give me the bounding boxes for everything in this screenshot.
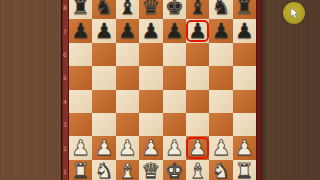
square-f4[interactable]: [186, 90, 209, 113]
square-h2[interactable]: ♟: [233, 136, 256, 159]
piece-white-knight[interactable]: ♞: [209, 160, 232, 180]
square-f2[interactable]: ♟: [186, 136, 209, 159]
piece-black-knight[interactable]: ♞: [209, 0, 232, 19]
rank-label-4: 4: [62, 98, 68, 105]
highlight-f2: [186, 137, 208, 159]
square-e3[interactable]: [163, 113, 186, 136]
piece-white-pawn[interactable]: ♟: [116, 136, 139, 159]
square-a2[interactable]: ♟: [69, 136, 92, 159]
square-e8[interactable]: ♚: [163, 0, 186, 19]
square-f7[interactable]: ♟: [186, 19, 209, 42]
piece-white-pawn[interactable]: ♟: [209, 136, 232, 159]
piece-black-king[interactable]: ♚: [163, 0, 186, 19]
square-a8[interactable]: ♜: [69, 0, 92, 19]
piece-white-king[interactable]: ♚: [163, 160, 186, 180]
square-a4[interactable]: [69, 90, 92, 113]
piece-white-pawn[interactable]: ♟: [233, 136, 256, 159]
square-g6[interactable]: [209, 43, 232, 66]
piece-white-knight[interactable]: ♞: [92, 160, 115, 180]
square-g8[interactable]: ♞: [209, 0, 232, 19]
piece-black-rook[interactable]: ♜: [233, 0, 256, 19]
piece-white-pawn[interactable]: ♟: [163, 136, 186, 159]
square-e2[interactable]: ♟: [163, 136, 186, 159]
square-e1[interactable]: ♚: [163, 160, 186, 180]
square-d6[interactable]: [139, 43, 162, 66]
piece-black-bishop[interactable]: ♝: [116, 0, 139, 19]
square-b5[interactable]: [92, 66, 115, 89]
square-e7[interactable]: ♟: [163, 19, 186, 42]
square-a3[interactable]: [69, 113, 92, 136]
square-a5[interactable]: [69, 66, 92, 89]
square-d5[interactable]: [139, 66, 162, 89]
square-b1[interactable]: ♞: [92, 160, 115, 180]
rank-label-1: 1: [62, 168, 68, 175]
square-c8[interactable]: ♝: [116, 0, 139, 19]
square-c2[interactable]: ♟: [116, 136, 139, 159]
piece-black-knight[interactable]: ♞: [92, 0, 115, 19]
chess-board: ♜♞♝♛♚♝♞♜♟♟♟♟♟♟♟♟♟♟♟♟♟♟♟♟♜♞♝♛♚♝♞♜: [69, 0, 256, 180]
square-c5[interactable]: [116, 66, 139, 89]
square-d2[interactable]: ♟: [139, 136, 162, 159]
square-b7[interactable]: ♟: [92, 19, 115, 42]
square-c3[interactable]: [116, 113, 139, 136]
rank-label-2: 2: [62, 145, 68, 152]
square-h8[interactable]: ♜: [233, 0, 256, 19]
square-e5[interactable]: [163, 66, 186, 89]
piece-white-pawn[interactable]: ♟: [92, 136, 115, 159]
rank-label-5: 5: [62, 74, 68, 81]
piece-white-bishop[interactable]: ♝: [186, 160, 209, 180]
rank-label-6: 6: [62, 51, 68, 58]
square-f8[interactable]: ♝: [186, 0, 209, 19]
square-a6[interactable]: [69, 43, 92, 66]
square-f6[interactable]: [186, 43, 209, 66]
piece-black-rook[interactable]: ♜: [69, 0, 92, 19]
square-f5[interactable]: [186, 66, 209, 89]
square-d3[interactable]: [139, 113, 162, 136]
square-c7[interactable]: ♟: [116, 19, 139, 42]
piece-black-pawn[interactable]: ♟: [69, 19, 92, 42]
square-g2[interactable]: ♟: [209, 136, 232, 159]
piece-white-rook[interactable]: ♜: [69, 160, 92, 180]
piece-white-queen[interactable]: ♛: [139, 160, 162, 180]
square-c6[interactable]: [116, 43, 139, 66]
piece-black-pawn[interactable]: ♟: [186, 19, 209, 42]
piece-black-pawn[interactable]: ♟: [116, 19, 139, 42]
square-h7[interactable]: ♟: [233, 19, 256, 42]
mouse-click-indicator: [283, 2, 305, 24]
square-h1[interactable]: ♜: [233, 160, 256, 180]
square-g1[interactable]: ♞: [209, 160, 232, 180]
square-b2[interactable]: ♟: [92, 136, 115, 159]
piece-black-pawn[interactable]: ♟: [233, 19, 256, 42]
piece-black-pawn[interactable]: ♟: [92, 19, 115, 42]
square-d1[interactable]: ♛: [139, 160, 162, 180]
square-g7[interactable]: ♟: [209, 19, 232, 42]
square-a7[interactable]: ♟: [69, 19, 92, 42]
square-c1[interactable]: ♝: [116, 160, 139, 180]
square-b4[interactable]: [92, 90, 115, 113]
square-c4[interactable]: [116, 90, 139, 113]
square-b6[interactable]: [92, 43, 115, 66]
square-e4[interactable]: [163, 90, 186, 113]
piece-black-pawn[interactable]: ♟: [139, 19, 162, 42]
piece-white-rook[interactable]: ♜: [233, 160, 256, 180]
piece-black-bishop[interactable]: ♝: [186, 0, 209, 19]
square-e6[interactable]: [163, 43, 186, 66]
piece-black-queen[interactable]: ♛: [139, 0, 162, 19]
piece-white-pawn[interactable]: ♟: [139, 136, 162, 159]
rank-label-7: 7: [62, 28, 68, 35]
square-g5[interactable]: [209, 66, 232, 89]
square-d4[interactable]: [139, 90, 162, 113]
square-f3[interactable]: [186, 113, 209, 136]
square-b8[interactable]: ♞: [92, 0, 115, 19]
piece-black-pawn[interactable]: ♟: [209, 19, 232, 42]
square-a1[interactable]: ♜: [69, 160, 92, 180]
rank-label-8: 8: [62, 4, 68, 11]
square-g4[interactable]: [209, 90, 232, 113]
square-g3[interactable]: [209, 113, 232, 136]
piece-black-pawn[interactable]: ♟: [163, 19, 186, 42]
highlight-f7: [186, 20, 208, 42]
square-d8[interactable]: ♛: [139, 0, 162, 19]
piece-white-pawn[interactable]: ♟: [186, 136, 209, 159]
rank-label-3: 3: [62, 121, 68, 128]
square-h5[interactable]: [233, 66, 256, 89]
piece-white-bishop[interactable]: ♝: [116, 160, 139, 180]
square-h3[interactable]: [233, 113, 256, 136]
piece-white-pawn[interactable]: ♟: [69, 136, 92, 159]
square-h6[interactable]: [233, 43, 256, 66]
square-h4[interactable]: [233, 90, 256, 113]
square-d7[interactable]: ♟: [139, 19, 162, 42]
cursor-icon: [290, 7, 299, 20]
square-f1[interactable]: ♝: [186, 160, 209, 180]
square-b3[interactable]: [92, 113, 115, 136]
